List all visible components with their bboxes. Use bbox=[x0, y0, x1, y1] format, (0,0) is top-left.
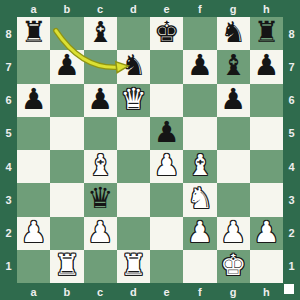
file-label-a: a bbox=[17, 283, 50, 300]
square-c6[interactable]: ♟ bbox=[84, 84, 117, 117]
square-d2[interactable] bbox=[117, 217, 150, 250]
square-b6[interactable] bbox=[50, 84, 83, 117]
piece-black-rook[interactable]: ♜ bbox=[253, 18, 279, 47]
square-e4[interactable]: ♟ bbox=[150, 150, 183, 183]
rank-label-6: 6 bbox=[283, 84, 300, 117]
piece-black-pawn[interactable]: ♟ bbox=[154, 118, 180, 147]
square-f1[interactable] bbox=[183, 250, 216, 283]
square-d3[interactable] bbox=[117, 183, 150, 216]
rank-label-5: 5 bbox=[0, 117, 17, 150]
piece-white-pawn[interactable]: ♟ bbox=[253, 218, 279, 247]
square-b4[interactable] bbox=[50, 150, 83, 183]
file-label-f: f bbox=[183, 0, 216, 17]
piece-black-pawn[interactable]: ♟ bbox=[187, 51, 213, 80]
board: ♜♝♚♞♜♟♞♟♝♟♟♟♛♟♟♝♟♝♛♞♟♟♟♟♟♜♜♚ bbox=[17, 17, 283, 283]
file-label-b: b bbox=[50, 283, 83, 300]
square-d4[interactable] bbox=[117, 150, 150, 183]
square-a1[interactable] bbox=[17, 250, 50, 283]
square-d8[interactable] bbox=[117, 17, 150, 50]
rank-label-1: 1 bbox=[283, 250, 300, 283]
square-d1[interactable]: ♜ bbox=[117, 250, 150, 283]
file-label-d: d bbox=[117, 283, 150, 300]
chessboard-widget: abcdefgh abcdefgh 87654321 87654321 ♜♝♚♞… bbox=[0, 0, 300, 300]
rank-label-7: 7 bbox=[283, 50, 300, 83]
square-f3[interactable]: ♞ bbox=[183, 183, 216, 216]
square-h7[interactable]: ♟ bbox=[250, 50, 283, 83]
file-label-f: f bbox=[183, 283, 216, 300]
square-g1[interactable]: ♚ bbox=[217, 250, 250, 283]
square-b7[interactable]: ♟ bbox=[50, 50, 83, 83]
square-f7[interactable]: ♟ bbox=[183, 50, 216, 83]
square-c5[interactable] bbox=[84, 117, 117, 150]
piece-black-pawn[interactable]: ♟ bbox=[87, 85, 113, 114]
rank-labels-left: 87654321 bbox=[0, 17, 17, 283]
square-f2[interactable]: ♟ bbox=[183, 217, 216, 250]
square-e7[interactable] bbox=[150, 50, 183, 83]
piece-white-knight[interactable]: ♞ bbox=[187, 184, 213, 213]
square-g5[interactable] bbox=[217, 117, 250, 150]
rank-label-4: 4 bbox=[283, 150, 300, 183]
rank-labels-right: 87654321 bbox=[283, 17, 300, 283]
rank-label-1: 1 bbox=[0, 250, 17, 283]
square-e3[interactable] bbox=[150, 183, 183, 216]
file-label-g: g bbox=[217, 283, 250, 300]
square-g8[interactable]: ♞ bbox=[217, 17, 250, 50]
piece-white-pawn[interactable]: ♟ bbox=[220, 218, 246, 247]
square-e5[interactable]: ♟ bbox=[150, 117, 183, 150]
square-e8[interactable]: ♚ bbox=[150, 17, 183, 50]
square-h5[interactable] bbox=[250, 117, 283, 150]
rank-label-2: 2 bbox=[0, 217, 17, 250]
piece-white-pawn[interactable]: ♟ bbox=[187, 218, 213, 247]
square-h8[interactable]: ♜ bbox=[250, 17, 283, 50]
square-a4[interactable] bbox=[17, 150, 50, 183]
piece-black-bishop[interactable]: ♝ bbox=[87, 18, 113, 47]
rank-label-6: 6 bbox=[0, 84, 17, 117]
piece-white-king[interactable]: ♚ bbox=[220, 251, 246, 280]
square-d6[interactable]: ♛ bbox=[117, 84, 150, 117]
square-b8[interactable] bbox=[50, 17, 83, 50]
piece-black-king[interactable]: ♚ bbox=[154, 18, 180, 47]
square-a2[interactable]: ♟ bbox=[17, 217, 50, 250]
piece-white-bishop[interactable]: ♝ bbox=[87, 151, 113, 180]
square-g2[interactable]: ♟ bbox=[217, 217, 250, 250]
square-a3[interactable] bbox=[17, 183, 50, 216]
rank-label-3: 3 bbox=[0, 183, 17, 216]
piece-white-queen[interactable]: ♛ bbox=[120, 85, 146, 114]
square-g6[interactable]: ♟ bbox=[217, 84, 250, 117]
file-label-c: c bbox=[84, 283, 117, 300]
square-b1[interactable]: ♜ bbox=[50, 250, 83, 283]
rank-label-8: 8 bbox=[0, 17, 17, 50]
file-labels-bottom: abcdefgh bbox=[17, 283, 283, 300]
square-a8[interactable]: ♜ bbox=[17, 17, 50, 50]
square-d5[interactable] bbox=[117, 117, 150, 150]
file-label-b: b bbox=[50, 0, 83, 17]
piece-black-pawn[interactable]: ♟ bbox=[253, 51, 279, 80]
piece-white-pawn[interactable]: ♟ bbox=[154, 151, 180, 180]
square-b3[interactable] bbox=[50, 183, 83, 216]
rank-label-8: 8 bbox=[283, 17, 300, 50]
piece-black-knight[interactable]: ♞ bbox=[220, 18, 246, 47]
square-c8[interactable]: ♝ bbox=[84, 17, 117, 50]
square-g7[interactable]: ♝ bbox=[217, 50, 250, 83]
piece-white-rook[interactable]: ♜ bbox=[54, 251, 80, 280]
square-h3[interactable] bbox=[250, 183, 283, 216]
square-b5[interactable] bbox=[50, 117, 83, 150]
square-f5[interactable] bbox=[183, 117, 216, 150]
square-c2[interactable]: ♟ bbox=[84, 217, 117, 250]
square-d7[interactable]: ♞ bbox=[117, 50, 150, 83]
square-e1[interactable] bbox=[150, 250, 183, 283]
square-b2[interactable] bbox=[50, 217, 83, 250]
piece-black-queen[interactable]: ♛ bbox=[87, 184, 113, 213]
square-h1[interactable] bbox=[250, 250, 283, 283]
square-c7[interactable] bbox=[84, 50, 117, 83]
square-g4[interactable] bbox=[217, 150, 250, 183]
rank-label-4: 4 bbox=[0, 150, 17, 183]
file-label-h: h bbox=[250, 283, 283, 300]
square-a6[interactable]: ♟ bbox=[17, 84, 50, 117]
piece-black-bishop[interactable]: ♝ bbox=[220, 51, 246, 80]
square-a7[interactable] bbox=[17, 50, 50, 83]
square-h2[interactable]: ♟ bbox=[250, 217, 283, 250]
piece-black-rook[interactable]: ♜ bbox=[21, 18, 47, 47]
square-f4[interactable]: ♝ bbox=[183, 150, 216, 183]
square-a5[interactable] bbox=[17, 117, 50, 150]
piece-white-pawn[interactable]: ♟ bbox=[21, 218, 47, 247]
file-label-d: d bbox=[117, 0, 150, 17]
file-label-e: e bbox=[150, 283, 183, 300]
square-c1[interactable] bbox=[84, 250, 117, 283]
piece-white-bishop[interactable]: ♝ bbox=[187, 151, 213, 180]
square-e2[interactable] bbox=[150, 217, 183, 250]
square-g3[interactable] bbox=[217, 183, 250, 216]
square-h4[interactable] bbox=[250, 150, 283, 183]
piece-white-pawn[interactable]: ♟ bbox=[87, 218, 113, 247]
piece-white-rook[interactable]: ♜ bbox=[120, 251, 146, 280]
rank-label-2: 2 bbox=[283, 217, 300, 250]
square-c3[interactable]: ♛ bbox=[84, 183, 117, 216]
square-f8[interactable] bbox=[183, 17, 216, 50]
piece-black-pawn[interactable]: ♟ bbox=[220, 85, 246, 114]
square-c4[interactable]: ♝ bbox=[84, 150, 117, 183]
square-e6[interactable] bbox=[150, 84, 183, 117]
rank-label-5: 5 bbox=[283, 117, 300, 150]
piece-black-knight[interactable]: ♞ bbox=[120, 51, 146, 80]
piece-black-pawn[interactable]: ♟ bbox=[21, 85, 47, 114]
piece-black-pawn[interactable]: ♟ bbox=[54, 51, 80, 80]
square-h6[interactable] bbox=[250, 84, 283, 117]
white-to-move-indicator bbox=[284, 284, 294, 294]
rank-label-7: 7 bbox=[0, 50, 17, 83]
square-f6[interactable] bbox=[183, 84, 216, 117]
rank-label-3: 3 bbox=[283, 183, 300, 216]
